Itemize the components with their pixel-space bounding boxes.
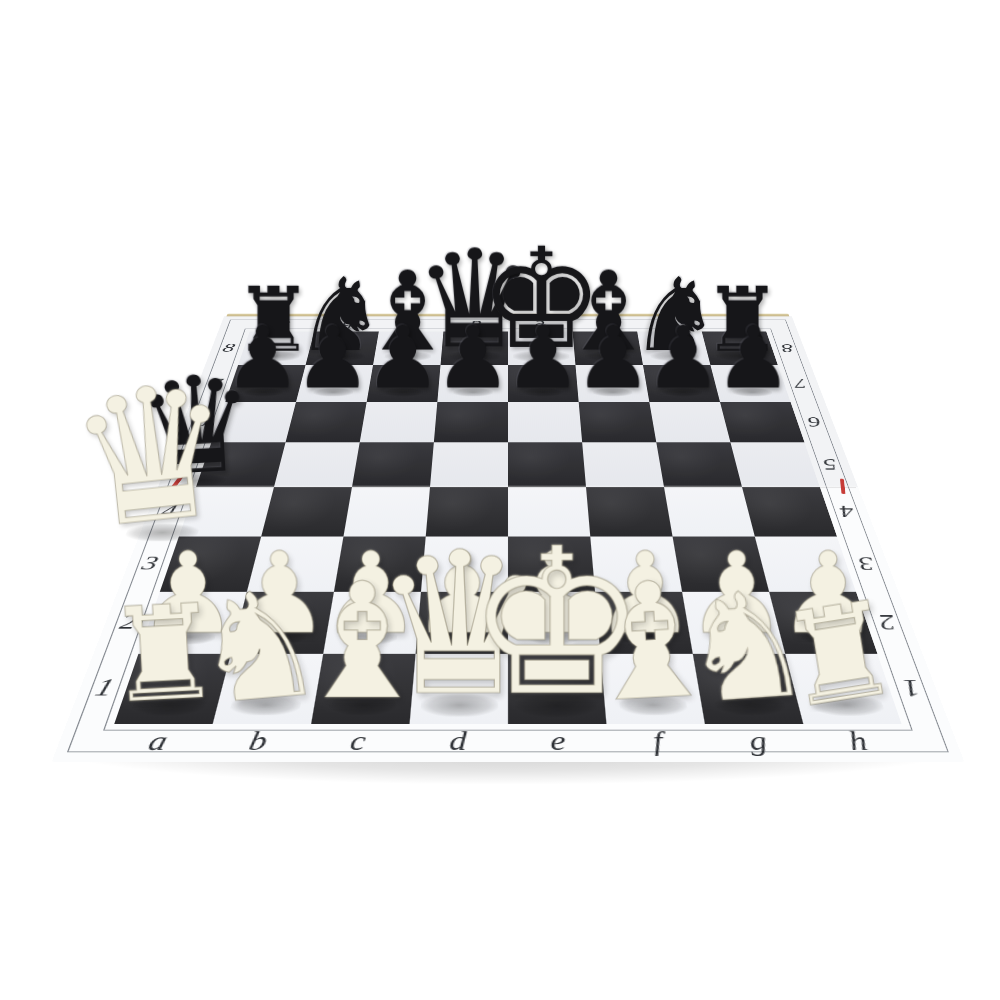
square-c6[interactable] [360, 402, 438, 442]
square-f6[interactable] [579, 402, 657, 442]
file-label-bottom-c: c [349, 728, 368, 755]
file-label-bottom-b: b [246, 728, 269, 755]
square-h5[interactable] [730, 442, 820, 487]
piece-white-queen-spare[interactable]: ♛ [24, 320, 276, 549]
square-c5[interactable] [352, 442, 434, 487]
board-scene: aabbccddeeffgghh1122334455667788♜♞♝♛♚♝♞♜… [158, 137, 858, 837]
file-label-bottom-e: e [550, 728, 567, 755]
file-label-bottom-d: d [449, 728, 467, 755]
black-pawn-glyph: ♟ [715, 314, 792, 400]
square-d5[interactable] [430, 442, 508, 487]
file-label-bottom-h: h [845, 728, 870, 755]
chess-board: aabbccddeeffgghh1122334455667788♜♞♝♛♚♝♞♜… [52, 316, 965, 761]
fold-mark-right [840, 479, 846, 495]
file-label-bottom-g: g [746, 728, 769, 755]
white-rook-glyph: ♜ [772, 582, 907, 728]
square-g6[interactable] [649, 402, 730, 442]
rank-label-right-5: 5 [820, 456, 839, 471]
piece-black-pawn-h7[interactable]: ♟ [654, 298, 852, 395]
square-f5[interactable] [582, 442, 664, 487]
file-label-bottom-a: a [145, 728, 170, 755]
square-h6[interactable] [720, 402, 805, 442]
file-label-bottom-f: f [651, 728, 664, 755]
square-g5[interactable] [656, 442, 742, 487]
rank-label-right-6: 6 [805, 415, 823, 429]
square-d6[interactable] [434, 402, 508, 442]
square-e6[interactable] [508, 402, 582, 442]
square-e5[interactable] [508, 442, 586, 487]
photo-canvas: { "game": "chess", "scene_description": … [0, 0, 1000, 1000]
